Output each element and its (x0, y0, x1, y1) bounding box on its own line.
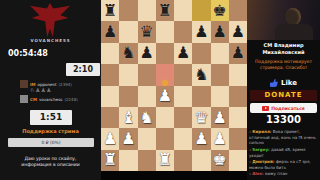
square-h1[interactable] (229, 150, 247, 171)
support-message: Поддержка мотивирует стримера. Спасибо! (247, 59, 320, 71)
square-c7[interactable]: ♛ (138, 21, 156, 42)
chat-message-1: » Sergey: давай d5, время уходит (249, 147, 318, 158)
square-a7[interactable]: ♟ (101, 21, 119, 42)
square-g1[interactable]: ♚ (211, 150, 229, 171)
square-f1[interactable] (192, 150, 210, 171)
streamer-name-small: vovanchess (39, 97, 63, 102)
lessons-note: Даю уроки по скайпу, информация в описан… (0, 156, 101, 168)
black-pawn-h7[interactable]: ♟ (231, 24, 245, 40)
subscribe-label: Подписаться (271, 106, 304, 111)
white-rook-a1[interactable]: ♜ (103, 152, 117, 168)
subscribe-button[interactable]: Подписаться (250, 103, 317, 113)
square-g4[interactable] (211, 86, 229, 107)
board-footer (101, 171, 247, 180)
donation-progress-bar: 0 ₽ (0%) (8, 138, 94, 147)
chat-panel[interactable]: » Кирилл: Вова привет, отличный ход, кон… (249, 129, 318, 179)
donation-total: 13300 (247, 114, 320, 125)
black-king-g8[interactable]: ♚ (212, 3, 226, 19)
chat-text: вижу план (265, 171, 287, 176)
opponent-rating: (2394) (59, 82, 72, 87)
black-queen-c7[interactable]: ♛ (139, 24, 153, 40)
square-e3[interactable] (174, 107, 192, 128)
support-message-line2: стримера. Спасибо! (247, 65, 320, 71)
black-pawn-a7[interactable]: ♟ (103, 24, 117, 40)
streamer-silhouette-torso (275, 24, 313, 40)
square-b5[interactable] (119, 64, 137, 85)
square-c8[interactable] (138, 0, 156, 21)
lessons-note-line2: информация в описании (0, 162, 101, 168)
square-b4[interactable] (119, 86, 137, 107)
opponent-avatar (20, 80, 28, 88)
like-label: Like (281, 79, 297, 87)
square-b1[interactable] (119, 150, 137, 171)
square-e2[interactable] (174, 128, 192, 149)
square-a3[interactable] (101, 107, 119, 128)
square-a4[interactable] (101, 86, 119, 107)
chat-username: Sergey: (252, 147, 271, 152)
streamer-row: CM vovanchess (2248) (20, 94, 100, 104)
white-pawn-d4[interactable]: ♟ (158, 88, 172, 104)
streamer-title: CM (30, 97, 37, 102)
white-pawn-b2[interactable]: ♟ (121, 131, 135, 147)
white-king-g1[interactable]: ♚ (212, 152, 226, 168)
square-f7[interactable]: ♟ (192, 21, 210, 42)
support-header: Поддержка стрима (0, 128, 101, 134)
streamer-clock: 1:51 (30, 110, 72, 125)
streamer-silhouette-head (285, 8, 301, 25)
square-c6[interactable]: ♟ (138, 43, 156, 64)
streamer-name-line2: Михайловский (247, 49, 320, 56)
square-c3[interactable]: ♞ (138, 107, 156, 128)
black-knight-f5[interactable]: ♞ (194, 67, 208, 83)
streamer-avatar (20, 95, 28, 103)
chat-username: Alex: (252, 171, 265, 176)
square-d1[interactable]: ♜ (156, 150, 174, 171)
square-b3[interactable]: ♝ (119, 107, 137, 128)
square-b7[interactable] (119, 21, 137, 42)
square-h3[interactable] (229, 107, 247, 128)
black-pawn-f7[interactable]: ♟ (194, 24, 208, 40)
square-a6[interactable] (101, 43, 119, 64)
youtube-play-icon (262, 106, 269, 111)
square-b6[interactable]: ♞ (119, 43, 137, 64)
square-a1[interactable]: ♜ (101, 150, 119, 171)
square-g8[interactable]: ♚ (211, 0, 229, 21)
square-f5[interactable]: ♞ (192, 64, 210, 85)
white-pawn-a2[interactable]: ♟ (103, 131, 117, 147)
square-c2[interactable] (138, 128, 156, 149)
black-rook-d8[interactable]: ♜ (158, 3, 172, 19)
square-d4[interactable]: ♟ (156, 86, 174, 107)
square-e4[interactable] (174, 86, 192, 107)
stream-timer: 00:54:48 (8, 49, 48, 58)
square-f8[interactable] (192, 0, 210, 21)
streamer-full-name: СМ Владимир Михайловский (247, 42, 320, 55)
square-e8[interactable] (174, 0, 192, 21)
black-pawn-c6[interactable]: ♟ (139, 45, 153, 61)
square-g2[interactable]: ♟ (211, 128, 229, 149)
square-e1[interactable] (174, 150, 192, 171)
black-knight-b6[interactable]: ♞ (121, 45, 135, 61)
black-rook-a8[interactable]: ♜ (103, 3, 117, 19)
white-pawn-f2[interactable]: ♟ (194, 131, 208, 147)
square-d6[interactable] (156, 43, 174, 64)
white-queen-f3[interactable]: ♛ (194, 110, 208, 126)
square-g5[interactable] (211, 64, 229, 85)
white-knight-c3[interactable]: ♞ (139, 110, 153, 126)
webcam-feed (247, 0, 320, 40)
square-f6[interactable] (192, 43, 210, 64)
donate-button[interactable]: DONATE (250, 90, 317, 101)
square-c4[interactable] (138, 86, 156, 107)
chat-username: Дмитрий: (252, 159, 275, 164)
square-b2[interactable]: ♟ (119, 128, 137, 149)
square-e5[interactable] (174, 64, 192, 85)
square-c1[interactable] (138, 150, 156, 171)
white-pawn-g2[interactable]: ♟ (212, 131, 226, 147)
channel-logo-text: VOVANCHESS (0, 38, 101, 43)
square-e6[interactable]: ♟ (174, 43, 192, 64)
square-c5[interactable] (138, 64, 156, 85)
square-a8[interactable]: ♜ (101, 0, 119, 21)
square-h6[interactable]: ♟ (229, 43, 247, 64)
square-h2[interactable] (229, 128, 247, 149)
black-pawn-h6[interactable]: ♟ (231, 45, 245, 61)
streamer-rating: (2248) (64, 97, 77, 102)
square-h4[interactable] (229, 86, 247, 107)
square-h5[interactable] (229, 64, 247, 85)
square-g6[interactable] (211, 43, 229, 64)
stream-screenshot: VOVANCHESS 00:54:48 2:10 IM opponent (23… (0, 0, 320, 180)
black-pawn-g7[interactable]: ♟ (212, 24, 226, 40)
square-b8[interactable] (119, 0, 137, 21)
chat-message-0: » Кирилл: Вова привет, отличный ход, кон… (249, 129, 318, 146)
square-g7[interactable]: ♟ (211, 21, 229, 42)
square-h8[interactable] (229, 0, 247, 21)
white-rook-d1[interactable]: ♜ (158, 152, 172, 168)
square-g3[interactable]: ♟ (211, 107, 229, 128)
square-e7[interactable] (174, 21, 192, 42)
square-f3[interactable]: ♛ (192, 107, 210, 128)
chat-username: Кирилл: (252, 129, 273, 134)
square-h7[interactable]: ♟ (229, 21, 247, 42)
chat-message-3: » Alex: вижу план (249, 171, 318, 177)
square-a5[interactable] (101, 64, 119, 85)
square-d3[interactable] (156, 107, 174, 128)
square-d8[interactable]: ♜ (156, 0, 174, 21)
like-row[interactable]: Like (247, 77, 320, 89)
square-f4[interactable] (192, 86, 210, 107)
chat-message-2: » Дмитрий: ферзь на с7 зря, можно было б… (249, 159, 318, 170)
square-f2[interactable]: ♟ (192, 128, 210, 149)
square-a2[interactable]: ♟ (101, 128, 119, 149)
chess-board[interactable]: ♜♜♚♟♛♟♟♟♞♟♟♟♞♟♝♞♛♟♟♟♟♟♜♜♚ (101, 0, 247, 171)
like-thumb-icon (270, 79, 278, 87)
opponent-title: IM (30, 82, 35, 87)
square-d5[interactable] (156, 64, 174, 85)
square-d2[interactable] (156, 128, 174, 149)
square-d7[interactable] (156, 21, 174, 42)
black-pawn-e6[interactable]: ♟ (176, 45, 190, 61)
opponent-clock: 2:10 (66, 63, 100, 76)
white-pawn-g3[interactable]: ♟ (212, 110, 226, 126)
white-bishop-b3[interactable]: ♝ (121, 110, 135, 126)
captured-pieces: ♘♙♙♙ (30, 87, 52, 93)
opponent-name: opponent (37, 82, 56, 87)
